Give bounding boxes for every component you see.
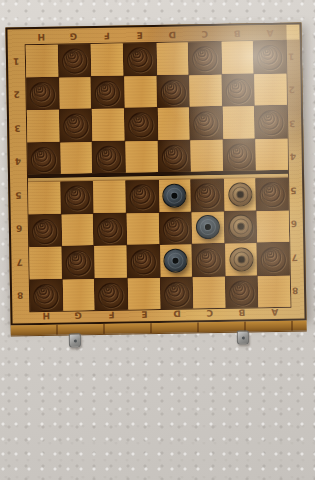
rank-label-text: 4 — [290, 152, 296, 162]
dark-button-piece-d7[interactable] — [164, 248, 188, 272]
square-e6[interactable] — [127, 212, 159, 244]
square-c8[interactable] — [193, 276, 225, 308]
rank-label: 2 — [8, 78, 26, 112]
square-b4[interactable] — [223, 139, 255, 171]
square-b2[interactable] — [222, 74, 254, 106]
square-b8[interactable] — [226, 276, 258, 308]
square-b3[interactable] — [223, 106, 255, 138]
spiral-decoration-icon — [192, 244, 224, 276]
rank-label-text: 8 — [17, 291, 23, 301]
file-label-text: C — [201, 29, 208, 39]
file-label-text: B — [234, 28, 241, 38]
file-label: A — [254, 25, 287, 41]
square-g4[interactable] — [60, 142, 92, 174]
rank-label: 4 — [9, 145, 27, 179]
file-label: D — [155, 26, 188, 42]
clasp-hook-left — [69, 333, 81, 347]
spiral-decoration-icon — [125, 108, 157, 140]
rank-label-text: 6 — [16, 224, 22, 234]
square-d1[interactable] — [156, 42, 188, 74]
brown-button-piece-b5[interactable] — [228, 182, 252, 206]
square-a5[interactable] — [256, 178, 288, 210]
spiral-decoration-icon — [127, 245, 159, 277]
square-a3[interactable] — [255, 106, 287, 138]
spiral-decoration-icon — [226, 276, 258, 308]
square-g2[interactable] — [59, 77, 91, 109]
spiral-decoration-icon — [190, 107, 222, 139]
rank-label-text: 3 — [14, 123, 20, 133]
spiral-decoration-icon — [93, 141, 125, 173]
square-c5[interactable] — [191, 179, 223, 211]
square-a1[interactable] — [254, 41, 286, 73]
spiral-decoration-icon — [30, 279, 62, 311]
board-bottom-half — [28, 178, 290, 312]
spiral-decoration-icon — [255, 106, 287, 138]
spiral-decoration-icon — [94, 213, 126, 245]
rank-label-text: 1 — [13, 56, 19, 66]
spiral-decoration-icon — [256, 178, 288, 210]
rank-label-text: 3 — [289, 118, 295, 128]
square-h4[interactable] — [27, 142, 59, 174]
square-g7[interactable] — [62, 246, 94, 278]
file-label: B — [221, 25, 254, 41]
spiral-decoration-icon — [222, 74, 254, 106]
spiral-decoration-icon — [158, 140, 190, 172]
square-e1[interactable] — [124, 43, 156, 75]
rank-label-text: 2 — [14, 90, 20, 100]
rank-label-text: 1 — [288, 51, 294, 61]
rank-label: 5 — [10, 178, 28, 212]
spiral-decoration-icon — [254, 41, 286, 73]
spiral-decoration-icon — [191, 179, 223, 211]
dark-button-piece-c6[interactable] — [196, 215, 220, 239]
square-c1[interactable] — [189, 42, 221, 74]
file-label: F — [90, 28, 123, 44]
rank-label: 6 — [11, 212, 29, 246]
square-b1[interactable] — [221, 41, 253, 73]
file-label-text: F — [103, 30, 109, 40]
square-d4[interactable] — [158, 140, 190, 172]
rank-label: 3 — [9, 111, 27, 145]
square-c2[interactable] — [189, 74, 221, 106]
square-h7[interactable] — [29, 247, 61, 279]
file-label: E — [123, 27, 156, 43]
board-top-half — [26, 41, 288, 175]
square-f1[interactable] — [91, 44, 123, 76]
spiral-decoration-icon — [157, 75, 189, 107]
play-area — [25, 40, 292, 313]
square-h1[interactable] — [26, 45, 58, 77]
square-d7[interactable] — [160, 244, 192, 276]
brown-button-piece-b7[interactable] — [229, 247, 253, 271]
square-a6[interactable] — [257, 210, 289, 242]
square-c4[interactable] — [191, 139, 223, 171]
rank-label-text: 7 — [17, 257, 23, 267]
square-b7[interactable] — [225, 243, 257, 275]
square-e5[interactable] — [126, 180, 158, 212]
spiral-decoration-icon — [124, 43, 156, 75]
file-label: C — [188, 26, 221, 42]
spiral-decoration-icon — [159, 212, 191, 244]
spiral-decoration-icon — [59, 109, 91, 141]
rank-label-text: 4 — [15, 157, 21, 167]
rank-label: 1 — [8, 44, 26, 78]
rank-label-text: 6 — [291, 219, 297, 229]
square-d8[interactable] — [160, 277, 192, 309]
file-label-text: G — [70, 31, 78, 41]
file-label: G — [57, 28, 90, 44]
square-h6[interactable] — [29, 214, 61, 246]
square-f2[interactable] — [92, 76, 124, 108]
spiral-decoration-icon — [92, 76, 124, 108]
square-d2[interactable] — [157, 75, 189, 107]
square-a7[interactable] — [258, 243, 290, 275]
square-g6[interactable] — [61, 214, 93, 246]
file-label-text: D — [168, 29, 176, 39]
square-g3[interactable] — [59, 109, 91, 141]
square-e4[interactable] — [125, 140, 157, 172]
file-label-text: A — [267, 27, 274, 37]
square-d3[interactable] — [157, 107, 189, 139]
square-c6[interactable] — [192, 211, 224, 243]
spiral-decoration-icon — [61, 181, 93, 213]
clasp-hook-right — [237, 330, 249, 344]
square-h5[interactable] — [28, 182, 60, 214]
file-label-text: E — [136, 30, 142, 40]
square-b5[interactable] — [224, 178, 256, 210]
spiral-decoration-icon — [126, 180, 158, 212]
spiral-decoration-icon — [258, 243, 290, 275]
square-b6[interactable] — [224, 211, 256, 243]
spiral-decoration-icon — [58, 44, 90, 76]
file-label: H — [24, 29, 57, 45]
rank-label-text: 7 — [292, 252, 298, 262]
spiral-decoration-icon — [95, 278, 127, 310]
square-f4[interactable] — [93, 141, 125, 173]
square-e7[interactable] — [127, 245, 159, 277]
square-g8[interactable] — [62, 279, 94, 311]
square-a4[interactable] — [256, 138, 288, 170]
rank-label: 7 — [11, 245, 29, 279]
file-label-text: H — [37, 31, 45, 41]
spiral-decoration-icon — [189, 42, 221, 74]
square-a8[interactable] — [258, 275, 290, 307]
rank-label-text: 2 — [289, 85, 295, 95]
square-h3[interactable] — [27, 110, 59, 142]
spiral-decoration-icon — [62, 246, 94, 278]
spiral-decoration-icon — [29, 214, 61, 246]
spiral-decoration-icon — [27, 142, 59, 174]
rank-label-text: 5 — [291, 185, 297, 195]
spiral-decoration-icon — [26, 77, 58, 109]
rank-label-text: 5 — [16, 190, 22, 200]
square-f5[interactable] — [93, 181, 125, 213]
square-e8[interactable] — [128, 277, 160, 309]
square-e2[interactable] — [124, 75, 156, 107]
square-h2[interactable] — [26, 77, 58, 109]
square-c3[interactable] — [190, 107, 222, 139]
square-h8[interactable] — [30, 279, 62, 311]
square-d5[interactable] — [159, 179, 191, 211]
checkers-board: HGFEDCBA HGFEDCBA 12345678 12345678 — [5, 22, 306, 325]
square-e3[interactable] — [125, 108, 157, 140]
square-f6[interactable] — [94, 213, 126, 245]
brown-button-piece-b6[interactable] — [228, 215, 252, 239]
square-f7[interactable] — [94, 246, 126, 278]
square-f8[interactable] — [95, 278, 127, 310]
square-a2[interactable] — [255, 73, 287, 105]
square-g1[interactable] — [58, 44, 90, 76]
square-f3[interactable] — [92, 109, 124, 141]
dark-button-piece-d5[interactable] — [162, 183, 186, 207]
square-g5[interactable] — [61, 181, 93, 213]
rank-label-text: 8 — [292, 286, 298, 296]
square-c7[interactable] — [192, 244, 224, 276]
photo-scene: HGFEDCBA HGFEDCBA 12345678 12345678 — [0, 0, 315, 480]
spiral-decoration-icon — [160, 277, 192, 309]
spiral-decoration-icon — [223, 139, 255, 171]
rank-label: 8 — [12, 279, 30, 313]
square-d6[interactable] — [159, 212, 191, 244]
